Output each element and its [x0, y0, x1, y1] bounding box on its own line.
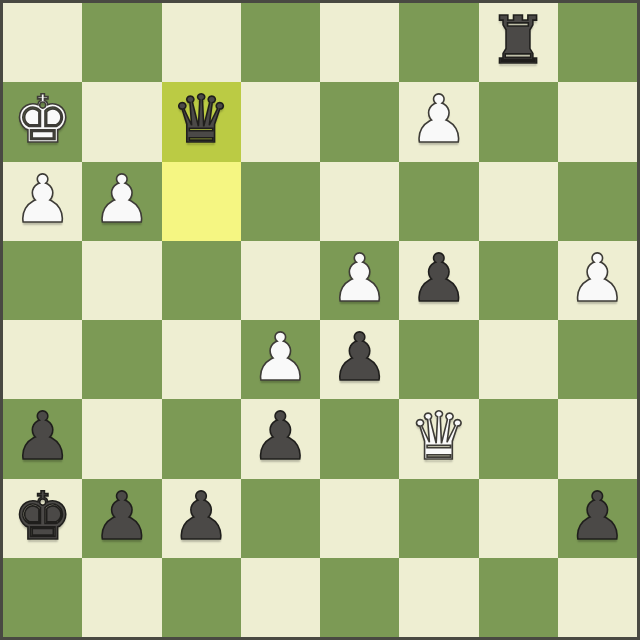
square-a2[interactable]: ♚ — [3, 479, 82, 558]
square-f6[interactable] — [399, 162, 478, 241]
square-c2[interactable]: ♟ — [162, 479, 241, 558]
square-d8[interactable] — [241, 3, 320, 82]
piece-black-queen[interactable]: ♛ — [172, 82, 231, 159]
piece-black-pawn[interactable]: ♟ — [330, 320, 389, 397]
square-f5[interactable]: ♟ — [399, 241, 478, 320]
square-h8[interactable] — [558, 3, 637, 82]
square-e8[interactable] — [320, 3, 399, 82]
square-e6[interactable] — [320, 162, 399, 241]
square-e4[interactable]: ♟ — [320, 320, 399, 399]
square-a7[interactable]: ♚ — [3, 82, 82, 161]
square-f4[interactable] — [399, 320, 478, 399]
square-a8[interactable] — [3, 3, 82, 82]
square-g5[interactable] — [479, 241, 558, 320]
square-f3[interactable]: ♛ — [399, 399, 478, 478]
piece-black-pawn[interactable]: ♟ — [13, 399, 72, 476]
piece-white-pawn[interactable]: ♟ — [92, 162, 151, 239]
square-a3[interactable]: ♟ — [3, 399, 82, 478]
piece-white-king[interactable]: ♚ — [13, 82, 72, 159]
square-f1[interactable] — [399, 558, 478, 637]
piece-white-pawn[interactable]: ♟ — [251, 320, 310, 397]
square-c7[interactable]: ♛ — [162, 82, 241, 161]
square-b4[interactable] — [82, 320, 161, 399]
square-g2[interactable] — [479, 479, 558, 558]
square-h7[interactable] — [558, 82, 637, 161]
piece-black-pawn[interactable]: ♟ — [92, 479, 151, 556]
square-g3[interactable] — [479, 399, 558, 478]
square-d3[interactable]: ♟ — [241, 399, 320, 478]
square-d6[interactable] — [241, 162, 320, 241]
square-h2[interactable]: ♟ — [558, 479, 637, 558]
square-h5[interactable]: ♟ — [558, 241, 637, 320]
square-e2[interactable] — [320, 479, 399, 558]
square-b2[interactable]: ♟ — [82, 479, 161, 558]
square-e7[interactable] — [320, 82, 399, 161]
square-g4[interactable] — [479, 320, 558, 399]
square-c3[interactable] — [162, 399, 241, 478]
square-e1[interactable] — [320, 558, 399, 637]
square-g1[interactable] — [479, 558, 558, 637]
square-c5[interactable] — [162, 241, 241, 320]
square-d2[interactable] — [241, 479, 320, 558]
piece-black-pawn[interactable]: ♟ — [568, 479, 627, 556]
square-h1[interactable] — [558, 558, 637, 637]
piece-black-pawn[interactable]: ♟ — [409, 241, 468, 318]
board-grid: ♜♚♛♟♟♟♟♟♟♟♟♟♟♛♚♟♟♟ — [3, 3, 637, 637]
square-a6[interactable]: ♟ — [3, 162, 82, 241]
square-f2[interactable] — [399, 479, 478, 558]
piece-black-king[interactable]: ♚ — [13, 479, 72, 556]
square-g6[interactable] — [479, 162, 558, 241]
square-b7[interactable] — [82, 82, 161, 161]
square-e3[interactable] — [320, 399, 399, 478]
square-c6[interactable] — [162, 162, 241, 241]
piece-white-queen[interactable]: ♛ — [409, 399, 468, 476]
square-d1[interactable] — [241, 558, 320, 637]
square-b3[interactable] — [82, 399, 161, 478]
square-h3[interactable] — [558, 399, 637, 478]
square-d4[interactable]: ♟ — [241, 320, 320, 399]
square-f8[interactable] — [399, 3, 478, 82]
square-c8[interactable] — [162, 3, 241, 82]
square-a1[interactable] — [3, 558, 82, 637]
square-d7[interactable] — [241, 82, 320, 161]
piece-white-pawn[interactable]: ♟ — [568, 241, 627, 318]
square-h6[interactable] — [558, 162, 637, 241]
square-c1[interactable] — [162, 558, 241, 637]
piece-black-pawn[interactable]: ♟ — [172, 479, 231, 556]
piece-white-pawn[interactable]: ♟ — [409, 82, 468, 159]
square-f7[interactable]: ♟ — [399, 82, 478, 161]
square-b5[interactable] — [82, 241, 161, 320]
square-b8[interactable] — [82, 3, 161, 82]
square-g8[interactable]: ♜ — [479, 3, 558, 82]
square-a4[interactable] — [3, 320, 82, 399]
square-b6[interactable]: ♟ — [82, 162, 161, 241]
square-h4[interactable] — [558, 320, 637, 399]
square-d5[interactable] — [241, 241, 320, 320]
piece-black-rook[interactable]: ♜ — [489, 3, 548, 80]
square-c4[interactable] — [162, 320, 241, 399]
piece-black-pawn[interactable]: ♟ — [251, 399, 310, 476]
square-b1[interactable] — [82, 558, 161, 637]
square-a5[interactable] — [3, 241, 82, 320]
square-e5[interactable]: ♟ — [320, 241, 399, 320]
chess-board: ♜♚♛♟♟♟♟♟♟♟♟♟♟♛♚♟♟♟ — [0, 0, 640, 640]
square-g7[interactable] — [479, 82, 558, 161]
piece-white-pawn[interactable]: ♟ — [13, 162, 72, 239]
piece-white-pawn[interactable]: ♟ — [330, 241, 389, 318]
